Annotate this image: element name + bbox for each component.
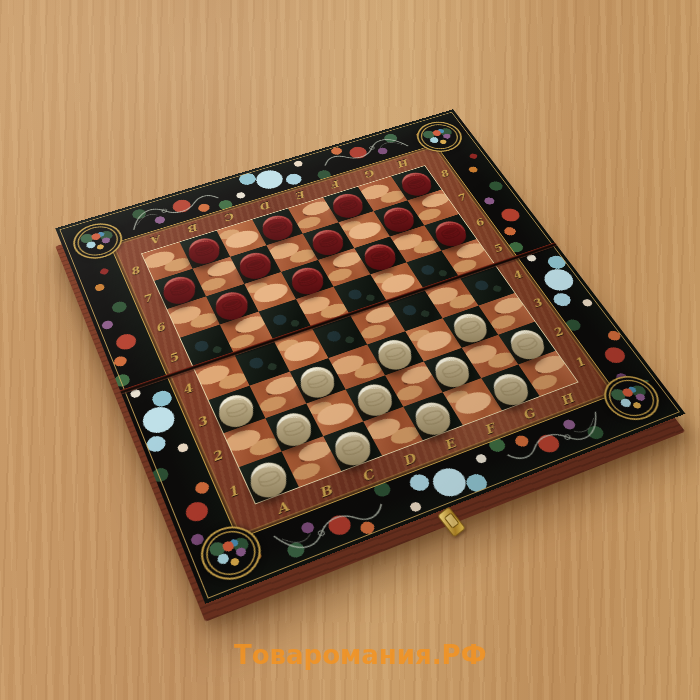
checker-white[interactable]: ⛀ bbox=[505, 326, 549, 359]
checker-white[interactable]: ⛀ bbox=[246, 458, 292, 498]
checkers-board: ⛂⛂⛂⛂⛂⛂⛂⛂⛂⛂⛂⛂⛀⛀⛀⛀⛀⛀⛀⛀⛀⛀⛀⛀ AABBCCDDEEFFGGH… bbox=[55, 109, 685, 604]
checker-white[interactable]: ⛀ bbox=[330, 427, 376, 465]
watermark: Товаромания.РФ bbox=[234, 640, 486, 670]
wood-table: ⛂⛂⛂⛂⛂⛂⛂⛂⛂⛂⛂⛂⛀⛀⛀⛀⛀⛀⛀⛀⛀⛀⛀⛀ AABBCCDDEEFFGGH… bbox=[0, 0, 700, 700]
